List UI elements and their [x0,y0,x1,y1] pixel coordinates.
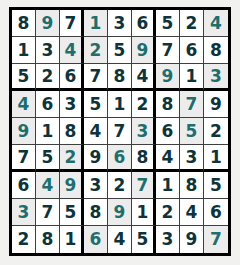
cell-r7c9[interactable]: 5 [204,172,228,199]
cell-r5c3[interactable]: 8 [60,118,84,145]
cell-r4c5[interactable]: 1 [108,91,132,118]
cell-r3c3[interactable]: 6 [60,64,84,91]
cell-r5c4[interactable]: 4 [84,118,108,145]
cell-r5c9[interactable]: 2 [204,118,228,145]
cell-r4c8[interactable]: 7 [180,91,204,118]
cell-r9c4[interactable]: 6 [84,226,108,253]
cell-r4c4[interactable]: 5 [84,91,108,118]
cell-r4c7[interactable]: 8 [156,91,180,118]
cell-r4c1[interactable]: 4 [12,91,36,118]
cell-r2c8[interactable]: 6 [180,37,204,64]
cell-r6c2[interactable]: 5 [36,145,60,172]
cell-r6c4[interactable]: 9 [84,145,108,172]
cell-r3c2[interactable]: 2 [36,64,60,91]
cell-r3c9[interactable]: 3 [204,64,228,91]
cell-r2c9[interactable]: 8 [204,37,228,64]
cell-r9c7[interactable]: 3 [156,226,180,253]
cell-r3c6[interactable]: 4 [132,64,156,91]
cell-r8c1[interactable]: 3 [12,199,36,226]
cell-r1c9[interactable]: 4 [204,10,228,37]
cell-r4c9[interactable]: 9 [204,91,228,118]
cell-r1c6[interactable]: 6 [132,10,156,37]
cell-r8c7[interactable]: 2 [156,199,180,226]
cell-r1c8[interactable]: 2 [180,10,204,37]
cell-r2c5[interactable]: 5 [108,37,132,64]
cell-r7c5[interactable]: 2 [108,172,132,199]
cell-r7c2[interactable]: 4 [36,172,60,199]
cell-r7c1[interactable]: 6 [12,172,36,199]
cell-r2c7[interactable]: 7 [156,37,180,64]
cell-r4c6[interactable]: 2 [132,91,156,118]
cell-r5c7[interactable]: 6 [156,118,180,145]
cell-r6c7[interactable]: 4 [156,145,180,172]
cell-r5c8[interactable]: 5 [180,118,204,145]
cell-r3c7[interactable]: 9 [156,64,180,91]
cell-r3c5[interactable]: 8 [108,64,132,91]
cell-r2c6[interactable]: 9 [132,37,156,64]
page: { "game": "sudoku", "position": { "solut… [0,0,240,265]
cell-r9c9[interactable]: 7 [204,226,228,253]
cell-r7c7[interactable]: 1 [156,172,180,199]
cell-r1c7[interactable]: 5 [156,10,180,37]
cell-r8c2[interactable]: 7 [36,199,60,226]
cell-r8c5[interactable]: 9 [108,199,132,226]
cell-r5c5[interactable]: 7 [108,118,132,145]
cell-r4c2[interactable]: 6 [36,91,60,118]
cell-r3c4[interactable]: 7 [84,64,108,91]
cell-r8c3[interactable]: 5 [60,199,84,226]
cell-r6c8[interactable]: 3 [180,145,204,172]
cell-r3c8[interactable]: 1 [180,64,204,91]
cell-r7c3[interactable]: 9 [60,172,84,199]
cell-r1c4[interactable]: 1 [84,10,108,37]
cell-r1c1[interactable]: 8 [12,10,36,37]
cell-r9c3[interactable]: 1 [60,226,84,253]
cell-r7c4[interactable]: 3 [84,172,108,199]
cell-r2c4[interactable]: 2 [84,37,108,64]
cell-r7c6[interactable]: 7 [132,172,156,199]
cell-r9c5[interactable]: 4 [108,226,132,253]
cell-r6c1[interactable]: 7 [12,145,36,172]
cell-r7c8[interactable]: 8 [180,172,204,199]
cell-r8c8[interactable]: 4 [180,199,204,226]
cell-r2c1[interactable]: 1 [12,37,36,64]
cell-r8c4[interactable]: 8 [84,199,108,226]
cell-r9c6[interactable]: 5 [132,226,156,253]
sudoku-grid: 8971365241342597685267849134635128799184… [12,10,228,253]
cell-r8c9[interactable]: 6 [204,199,228,226]
cell-r6c9[interactable]: 1 [204,145,228,172]
cell-r6c5[interactable]: 6 [108,145,132,172]
cell-r4c3[interactable]: 3 [60,91,84,118]
cell-r1c2[interactable]: 9 [36,10,60,37]
cell-r9c8[interactable]: 9 [180,226,204,253]
cell-r6c6[interactable]: 8 [132,145,156,172]
cell-r2c2[interactable]: 3 [36,37,60,64]
cell-r1c5[interactable]: 3 [108,10,132,37]
cell-r5c1[interactable]: 9 [12,118,36,145]
cell-r5c2[interactable]: 1 [36,118,60,145]
cell-r3c1[interactable]: 5 [12,64,36,91]
cell-r5c6[interactable]: 3 [132,118,156,145]
sudoku-board: 8971365241342597685267849134635128799184… [9,7,231,256]
cell-r2c3[interactable]: 4 [60,37,84,64]
cell-r1c3[interactable]: 7 [60,10,84,37]
cell-r8c6[interactable]: 1 [132,199,156,226]
cell-r6c3[interactable]: 2 [60,145,84,172]
cell-r9c1[interactable]: 2 [12,226,36,253]
cell-r9c2[interactable]: 8 [36,226,60,253]
